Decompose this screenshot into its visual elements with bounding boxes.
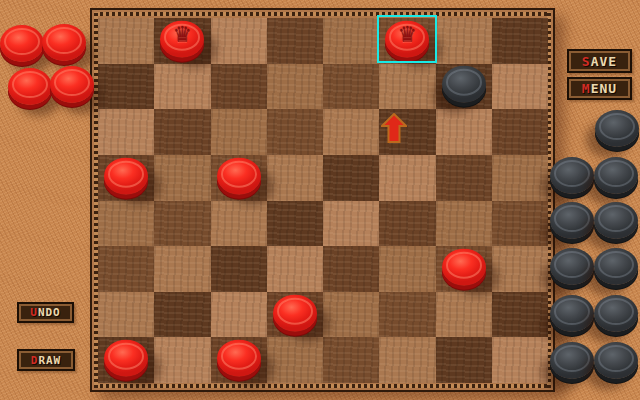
board-square-r3c1[interactable] [154, 155, 210, 201]
board-square-r3c6[interactable] [436, 155, 492, 201]
board-square-r6c1[interactable] [154, 292, 210, 338]
board-trim-bottom [94, 384, 551, 388]
board-square-r1c7[interactable] [492, 64, 548, 110]
black-man-piece[interactable] [442, 66, 486, 103]
screen: ♛♛ SAVE MENU UNDO DRAW [0, 0, 640, 400]
board-square-r4c6[interactable] [436, 201, 492, 247]
board-square-r7c3[interactable] [267, 337, 323, 383]
captured-black-piece [594, 295, 638, 332]
captured-black-piece [594, 157, 638, 194]
menu-button-label: ENU [591, 81, 617, 96]
board-square-r0c2[interactable] [211, 18, 267, 64]
board-square-r1c3[interactable] [267, 64, 323, 110]
board-square-r1c1[interactable] [154, 64, 210, 110]
crown-icon: ♛ [160, 25, 204, 46]
save-button-label: AVE [591, 54, 617, 69]
board-square-r0c4[interactable] [323, 18, 379, 64]
menu-button-hotkey: M [582, 81, 591, 96]
board-square-r5c0[interactable] [98, 246, 154, 292]
board-square-r0c7[interactable] [492, 18, 548, 64]
board-square-r4c4[interactable] [323, 201, 379, 247]
board-square-r5c3[interactable] [267, 246, 323, 292]
board-trim-top [94, 12, 551, 16]
board-square-r1c2[interactable] [211, 64, 267, 110]
board-square-r6c4[interactable] [323, 292, 379, 338]
red-man-piece[interactable] [217, 340, 261, 377]
board-square-r6c3[interactable] [267, 292, 323, 338]
save-button[interactable]: SAVE [567, 49, 632, 73]
board-square-r4c2[interactable] [211, 201, 267, 247]
board-square-r0c6[interactable] [436, 18, 492, 64]
captured-black-piece [594, 342, 638, 379]
board-square-r2c5[interactable] [379, 109, 435, 155]
board-square-r1c6[interactable] [436, 64, 492, 110]
board-square-r2c1[interactable] [154, 109, 210, 155]
board-square-r1c4[interactable] [323, 64, 379, 110]
board-square-r1c5[interactable] [379, 64, 435, 110]
board-square-r7c2[interactable] [211, 337, 267, 383]
board-square-r5c5[interactable] [379, 246, 435, 292]
board-square-r2c2[interactable] [211, 109, 267, 155]
board-square-r2c4[interactable] [323, 109, 379, 155]
undo-button[interactable]: UNDO [17, 302, 74, 323]
board-square-r6c2[interactable] [211, 292, 267, 338]
board-square-r3c7[interactable] [492, 155, 548, 201]
board-square-r3c0[interactable] [98, 155, 154, 201]
captured-red-piece [0, 25, 44, 62]
red-man-piece[interactable] [442, 249, 486, 286]
board-square-r2c3[interactable] [267, 109, 323, 155]
undo-button-hotkey: U [30, 306, 38, 319]
board-square-r0c3[interactable] [267, 18, 323, 64]
captured-red-piece [50, 66, 94, 103]
captured-black-piece [594, 248, 638, 285]
red-man-piece[interactable] [104, 340, 148, 377]
board-square-r0c5[interactable]: ♛ [379, 18, 435, 64]
captured-black-piece [594, 202, 638, 239]
board-square-r5c2[interactable] [211, 246, 267, 292]
captured-black-piece [595, 110, 639, 147]
red-man-piece[interactable] [217, 157, 261, 194]
red-king-piece[interactable]: ♛ [160, 20, 204, 57]
board-square-r6c0[interactable] [98, 292, 154, 338]
board-square-r5c7[interactable] [492, 246, 548, 292]
captured-black-piece [550, 342, 594, 379]
board-square-r3c4[interactable] [323, 155, 379, 201]
board-square-r4c3[interactable] [267, 201, 323, 247]
board-square-r4c7[interactable] [492, 201, 548, 247]
draw-button-label: RAW [38, 354, 61, 367]
board-square-r7c4[interactable] [323, 337, 379, 383]
menu-button[interactable]: MENU [567, 77, 632, 100]
board-grid: ♛♛ [98, 18, 548, 383]
board-square-r7c1[interactable] [154, 337, 210, 383]
board-square-r6c7[interactable] [492, 292, 548, 338]
board-square-r5c6[interactable] [436, 246, 492, 292]
board-square-r3c2[interactable] [211, 155, 267, 201]
board-square-r6c6[interactable] [436, 292, 492, 338]
checkers-board: ♛♛ [90, 8, 555, 392]
red-man-piece[interactable] [104, 157, 148, 194]
red-king-piece[interactable]: ♛ [385, 20, 429, 57]
board-square-r2c7[interactable] [492, 109, 548, 155]
board-square-r6c5[interactable] [379, 292, 435, 338]
board-square-r7c5[interactable] [379, 337, 435, 383]
board-square-r5c1[interactable] [154, 246, 210, 292]
board-square-r7c6[interactable] [436, 337, 492, 383]
board-square-r5c4[interactable] [323, 246, 379, 292]
captured-red-piece [8, 68, 52, 105]
crown-icon: ♛ [385, 25, 429, 46]
captured-black-piece [550, 202, 594, 239]
board-square-r4c5[interactable] [379, 201, 435, 247]
captured-red-piece [42, 24, 86, 61]
red-man-piece[interactable] [273, 294, 317, 331]
board-square-r0c0[interactable] [98, 18, 154, 64]
board-square-r7c0[interactable] [98, 337, 154, 383]
board-square-r3c3[interactable] [267, 155, 323, 201]
captured-black-piece [550, 248, 594, 285]
board-square-r4c0[interactable] [98, 201, 154, 247]
board-square-r2c0[interactable] [98, 109, 154, 155]
captured-black-piece [550, 295, 594, 332]
captured-black-piece [550, 157, 594, 194]
save-button-hotkey: S [582, 54, 591, 69]
move-arrow-icon [381, 113, 407, 147]
draw-button[interactable]: DRAW [17, 349, 75, 371]
undo-button-label: NDO [38, 306, 61, 319]
board-square-r4c1[interactable] [154, 201, 210, 247]
board-square-r7c7[interactable] [492, 337, 548, 383]
board-square-r3c5[interactable] [379, 155, 435, 201]
board-square-r1c0[interactable] [98, 64, 154, 110]
board-square-r0c1[interactable]: ♛ [154, 18, 210, 64]
board-square-r2c6[interactable] [436, 109, 492, 155]
draw-button-hotkey: D [31, 354, 39, 367]
